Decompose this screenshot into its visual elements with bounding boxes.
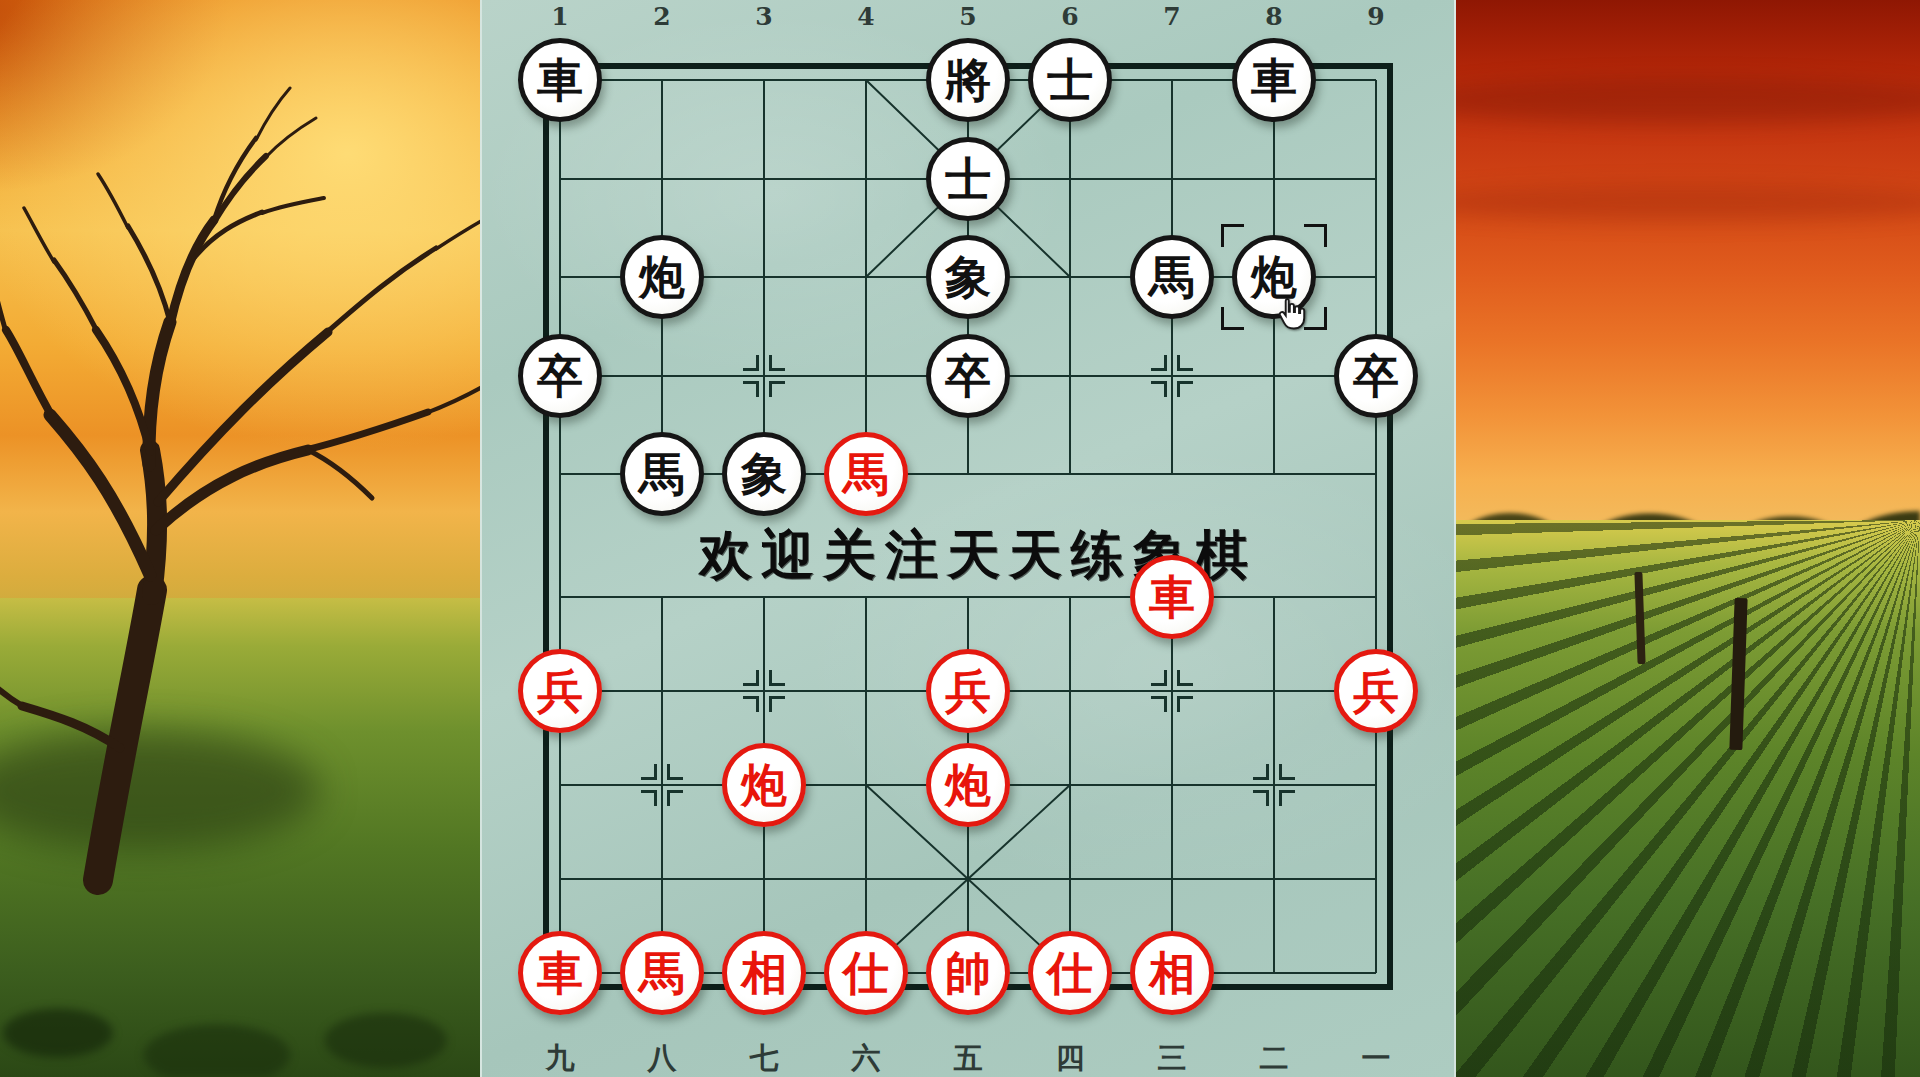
piece-red-chariot[interactable]: 車 <box>1130 555 1214 639</box>
piece-glyph: 炮 <box>639 254 685 300</box>
piece-black-soldier[interactable]: 卒 <box>926 334 1010 418</box>
piece-red-chariot[interactable]: 車 <box>518 931 602 1015</box>
piece-glyph: 炮 <box>741 762 787 808</box>
piece-black-soldier[interactable]: 卒 <box>1334 334 1418 418</box>
piece-red-cannon[interactable]: 炮 <box>722 743 806 827</box>
file-label-top-1: 1 <box>551 2 568 31</box>
piece-red-cannon[interactable]: 炮 <box>926 743 1010 827</box>
grass-tufts <box>0 930 482 1077</box>
point-marker <box>743 355 785 397</box>
piece-glyph: 馬 <box>1149 254 1195 300</box>
piece-black-advisor[interactable]: 士 <box>926 137 1010 221</box>
piece-red-soldier[interactable]: 兵 <box>926 649 1010 733</box>
file-label-top-3: 3 <box>755 2 772 31</box>
piece-glyph: 車 <box>1149 574 1195 620</box>
piece-glyph: 卒 <box>537 353 583 399</box>
vineyard-rows-field <box>1454 520 1920 1077</box>
cloud-streak <box>1454 78 1920 124</box>
file-label-bottom-6: 四 <box>1056 1039 1085 1077</box>
cloud-streak <box>1454 185 1920 221</box>
piece-glyph: 兵 <box>1353 668 1399 714</box>
piece-glyph: 炮 <box>945 762 991 808</box>
piece-glyph: 卒 <box>945 353 991 399</box>
piece-glyph: 車 <box>537 950 583 996</box>
mouse-cursor-hand-icon <box>1272 296 1306 334</box>
piece-red-advisor[interactable]: 仕 <box>1028 931 1112 1015</box>
piece-glyph: 士 <box>945 156 991 202</box>
piece-glyph: 兵 <box>945 668 991 714</box>
piece-black-elephant[interactable]: 象 <box>926 235 1010 319</box>
background-right-vineyard <box>1454 0 1920 1077</box>
file-label-top-4: 4 <box>857 2 874 31</box>
piece-black-advisor[interactable]: 士 <box>1028 38 1112 122</box>
file-label-top-5: 5 <box>959 2 976 31</box>
piece-black-chariot[interactable]: 車 <box>1232 38 1316 122</box>
file-label-top-2: 2 <box>653 2 670 31</box>
bare-tree-silhouette <box>0 30 482 930</box>
piece-red-advisor[interactable]: 仕 <box>824 931 908 1015</box>
piece-glyph: 將 <box>945 57 991 103</box>
file-label-bottom-5: 五 <box>954 1039 983 1077</box>
piece-glyph: 馬 <box>843 451 889 497</box>
piece-black-general[interactable]: 將 <box>926 38 1010 122</box>
background-left-sunset <box>0 0 482 1077</box>
piece-glyph: 象 <box>741 451 787 497</box>
piece-glyph: 仕 <box>1047 950 1093 996</box>
piece-red-horse[interactable]: 馬 <box>620 931 704 1015</box>
file-label-bottom-3: 七 <box>750 1039 779 1077</box>
point-marker <box>1253 764 1295 806</box>
piece-glyph: 帥 <box>945 950 991 996</box>
file-label-top-6: 6 <box>1061 2 1078 31</box>
file-label-bottom-7: 三 <box>1158 1039 1187 1077</box>
file-label-bottom-8: 二 <box>1260 1039 1289 1077</box>
piece-red-elephant[interactable]: 相 <box>722 931 806 1015</box>
piece-glyph: 車 <box>537 57 583 103</box>
piece-glyph: 仕 <box>843 950 889 996</box>
piece-glyph: 象 <box>945 254 991 300</box>
vineyard-post <box>1634 572 1645 664</box>
piece-red-horse[interactable]: 馬 <box>824 432 908 516</box>
piece-black-soldier[interactable]: 卒 <box>518 334 602 418</box>
point-marker <box>743 670 785 712</box>
piece-red-elephant[interactable]: 相 <box>1130 931 1214 1015</box>
point-marker <box>1151 670 1193 712</box>
piece-red-general[interactable]: 帥 <box>926 931 1010 1015</box>
piece-glyph: 兵 <box>537 668 583 714</box>
vineyard-post <box>1729 598 1747 750</box>
piece-glyph: 士 <box>1047 57 1093 103</box>
file-label-bottom-9: 一 <box>1362 1039 1391 1077</box>
piece-red-soldier[interactable]: 兵 <box>1334 649 1418 733</box>
piece-black-horse[interactable]: 馬 <box>620 432 704 516</box>
piece-red-soldier[interactable]: 兵 <box>518 649 602 733</box>
piece-glyph: 馬 <box>639 451 685 497</box>
piece-glyph: 卒 <box>1353 353 1399 399</box>
file-label-top-8: 8 <box>1265 2 1282 31</box>
piece-black-cannon[interactable]: 炮 <box>620 235 704 319</box>
piece-black-chariot[interactable]: 車 <box>518 38 602 122</box>
file-label-bottom-2: 八 <box>648 1039 677 1077</box>
piece-glyph: 相 <box>741 950 787 996</box>
file-label-bottom-4: 六 <box>852 1039 881 1077</box>
file-label-bottom-1: 九 <box>546 1039 575 1077</box>
piece-glyph: 車 <box>1251 57 1297 103</box>
piece-black-horse[interactable]: 馬 <box>1130 235 1214 319</box>
piece-glyph: 相 <box>1149 950 1195 996</box>
point-marker <box>1151 355 1193 397</box>
screenshot-stage: 123456789 九八七六五四三二一 欢迎关注天天练象棋 車將士車士炮象馬炮卒… <box>0 0 1920 1077</box>
file-label-top-7: 7 <box>1163 2 1180 31</box>
file-label-top-9: 9 <box>1367 2 1384 31</box>
piece-glyph: 馬 <box>639 950 685 996</box>
piece-black-elephant[interactable]: 象 <box>722 432 806 516</box>
point-marker <box>641 764 683 806</box>
